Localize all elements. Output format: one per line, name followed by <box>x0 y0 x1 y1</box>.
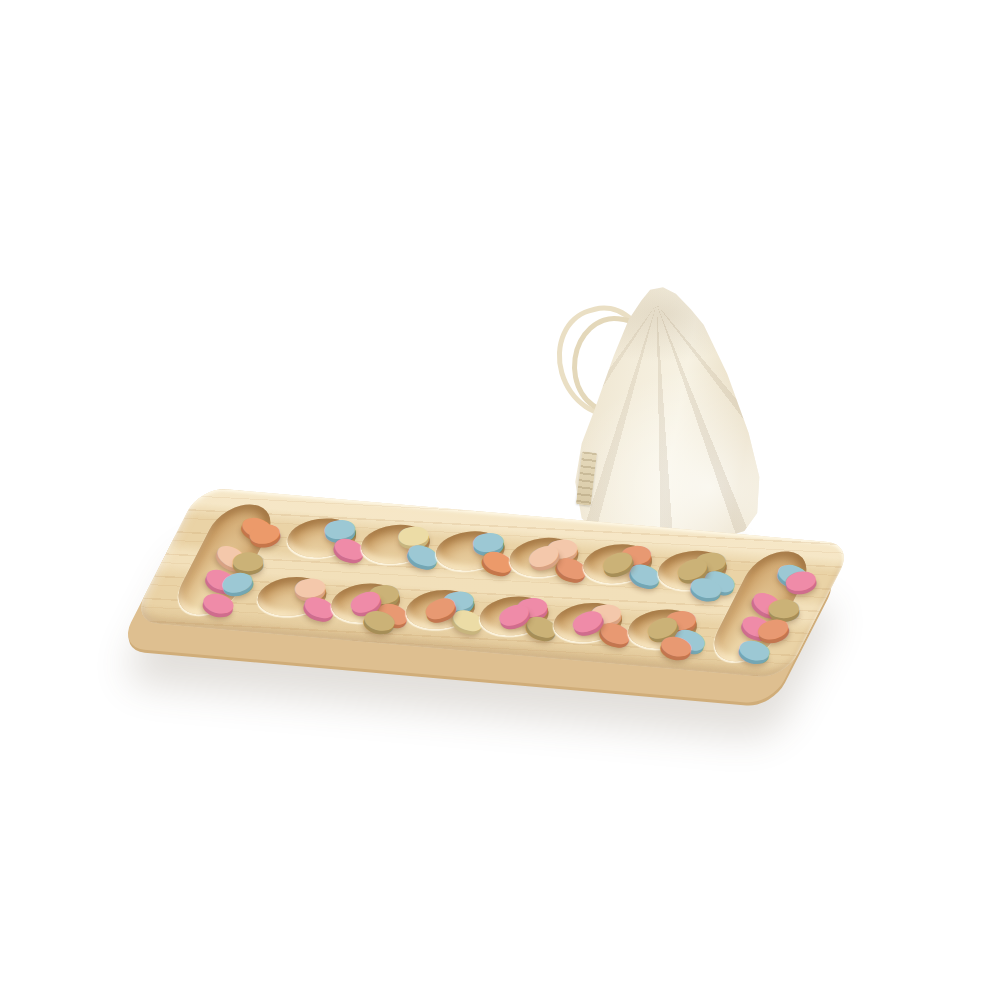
pit-hole <box>428 528 513 572</box>
pit-hole <box>502 535 587 579</box>
pit-hole <box>324 580 409 624</box>
pit-hole <box>620 606 705 650</box>
pit-hole <box>250 574 335 618</box>
pit-hole <box>576 541 661 585</box>
pit-hole <box>280 515 365 559</box>
pit-hole <box>650 548 735 592</box>
product-photo-scene: ●●●●●●● ●● ●● ●● ●●● ●●● ●●●● ●● ●●●● ●●… <box>0 0 1000 1000</box>
pit-hole <box>546 600 631 644</box>
drawstring-bag <box>556 286 770 544</box>
pit-hole <box>472 593 557 637</box>
pit-hole <box>398 587 483 631</box>
pit-hole <box>354 522 439 566</box>
